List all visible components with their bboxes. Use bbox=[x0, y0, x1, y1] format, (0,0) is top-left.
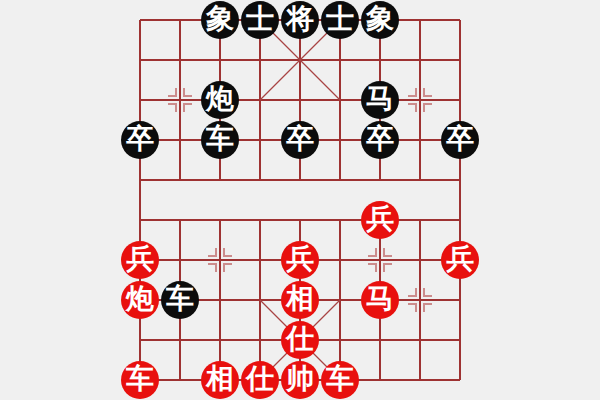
piece-black-chariot[interactable]: 车 bbox=[161, 281, 199, 319]
piece-glyph: 象 bbox=[206, 5, 234, 33]
piece-glyph: 帅 bbox=[286, 365, 314, 393]
piece-black-general[interactable]: 将 bbox=[281, 1, 319, 39]
piece-black-advisor[interactable]: 士 bbox=[321, 1, 359, 39]
piece-red-elephant[interactable]: 相 bbox=[201, 361, 239, 399]
piece-glyph: 相 bbox=[206, 365, 234, 393]
piece-glyph: 车 bbox=[126, 365, 154, 393]
piece-glyph: 车 bbox=[326, 365, 354, 393]
piece-red-elephant[interactable]: 相 bbox=[281, 281, 319, 319]
piece-black-soldier[interactable]: 卒 bbox=[281, 121, 319, 159]
piece-glyph: 士 bbox=[246, 5, 274, 33]
piece-glyph: 仕 bbox=[246, 365, 274, 393]
piece-red-chariot[interactable]: 车 bbox=[121, 361, 159, 399]
piece-red-general[interactable]: 帅 bbox=[281, 361, 319, 399]
piece-glyph: 仕 bbox=[286, 325, 314, 353]
piece-glyph: 马 bbox=[366, 285, 394, 313]
piece-red-soldier[interactable]: 兵 bbox=[281, 241, 319, 279]
piece-glyph: 卒 bbox=[366, 125, 394, 153]
piece-black-chariot[interactable]: 车 bbox=[201, 121, 239, 159]
piece-red-soldier[interactable]: 兵 bbox=[361, 201, 399, 239]
piece-glyph: 兵 bbox=[286, 245, 314, 273]
piece-black-soldier[interactable]: 卒 bbox=[361, 121, 399, 159]
piece-black-soldier[interactable]: 卒 bbox=[121, 121, 159, 159]
piece-glyph: 兵 bbox=[126, 245, 154, 273]
piece-red-advisor[interactable]: 仕 bbox=[281, 321, 319, 359]
piece-glyph: 炮 bbox=[126, 285, 154, 313]
piece-red-soldier[interactable]: 兵 bbox=[441, 241, 479, 279]
xiangqi-app: 象士将士象炮马卒车卒卒卒兵兵兵兵炮车相马仕车相仕帅车 bbox=[0, 0, 600, 400]
piece-glyph: 马 bbox=[366, 85, 394, 113]
piece-red-horse[interactable]: 马 bbox=[361, 281, 399, 319]
piece-glyph: 象 bbox=[366, 5, 394, 33]
piece-red-advisor[interactable]: 仕 bbox=[241, 361, 279, 399]
piece-black-advisor[interactable]: 士 bbox=[241, 1, 279, 39]
piece-glyph: 卒 bbox=[446, 125, 474, 153]
piece-glyph: 兵 bbox=[446, 245, 474, 273]
piece-glyph: 炮 bbox=[206, 85, 234, 113]
piece-black-horse[interactable]: 马 bbox=[361, 81, 399, 119]
piece-red-soldier[interactable]: 兵 bbox=[121, 241, 159, 279]
piece-glyph: 将 bbox=[286, 5, 314, 33]
piece-glyph: 士 bbox=[326, 5, 354, 33]
piece-black-elephant[interactable]: 象 bbox=[361, 1, 399, 39]
piece-glyph: 车 bbox=[166, 285, 194, 313]
piece-black-elephant[interactable]: 象 bbox=[201, 1, 239, 39]
piece-black-cannon[interactable]: 炮 bbox=[201, 81, 239, 119]
piece-glyph: 卒 bbox=[286, 125, 314, 153]
piece-glyph: 车 bbox=[206, 125, 234, 153]
piece-glyph: 兵 bbox=[366, 205, 394, 233]
piece-red-cannon[interactable]: 炮 bbox=[121, 281, 159, 319]
piece-red-chariot[interactable]: 车 bbox=[321, 361, 359, 399]
piece-glyph: 相 bbox=[286, 285, 314, 313]
piece-glyph: 卒 bbox=[126, 125, 154, 153]
piece-black-soldier[interactable]: 卒 bbox=[441, 121, 479, 159]
